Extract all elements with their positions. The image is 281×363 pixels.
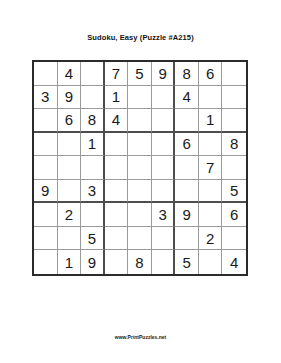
cell-r4c3[interactable]: 1 xyxy=(81,133,105,157)
cell-r3c5[interactable] xyxy=(128,109,152,133)
cell-r7c8[interactable] xyxy=(199,203,223,227)
cell-r7c1[interactable] xyxy=(34,203,58,227)
cell-r8c9[interactable] xyxy=(222,227,246,251)
cell-r2c3[interactable] xyxy=(81,86,105,110)
cell-r1c2[interactable]: 4 xyxy=(58,62,82,86)
cell-r8c7[interactable] xyxy=(175,227,199,251)
cell-r3c7[interactable] xyxy=(175,109,199,133)
cell-r4c4[interactable] xyxy=(105,133,129,157)
cell-r1c9[interactable] xyxy=(222,62,246,86)
cell-r3c9[interactable] xyxy=(222,109,246,133)
cell-r4c6[interactable] xyxy=(152,133,176,157)
cell-r3c1[interactable] xyxy=(34,109,58,133)
sudoku-grid: 47598639146841168793523965219854 xyxy=(32,60,248,276)
cell-r8c6[interactable] xyxy=(152,227,176,251)
cell-r6c5[interactable] xyxy=(128,180,152,204)
cell-r7c7[interactable]: 9 xyxy=(175,203,199,227)
cell-r9c2[interactable]: 1 xyxy=(58,250,82,274)
cell-r4c2[interactable] xyxy=(58,133,82,157)
cell-r2c1[interactable]: 3 xyxy=(34,86,58,110)
cell-r4c5[interactable] xyxy=(128,133,152,157)
cell-r3c2[interactable]: 6 xyxy=(58,109,82,133)
cell-r9c1[interactable] xyxy=(34,250,58,274)
page-title: Sudoku, Easy (Puzzle #A215) xyxy=(0,33,281,42)
cell-r1c7[interactable]: 8 xyxy=(175,62,199,86)
cell-r1c8[interactable]: 6 xyxy=(199,62,223,86)
cell-r6c9[interactable]: 5 xyxy=(222,180,246,204)
cell-r7c5[interactable] xyxy=(128,203,152,227)
cell-r6c7[interactable] xyxy=(175,180,199,204)
cell-r5c4[interactable] xyxy=(105,156,129,180)
cell-r9c9[interactable]: 4 xyxy=(222,250,246,274)
cell-r5c6[interactable] xyxy=(152,156,176,180)
cell-r7c6[interactable]: 3 xyxy=(152,203,176,227)
cell-r6c2[interactable] xyxy=(58,180,82,204)
cell-r7c3[interactable] xyxy=(81,203,105,227)
cell-r9c5[interactable]: 8 xyxy=(128,250,152,274)
cell-r8c2[interactable] xyxy=(58,227,82,251)
cell-r4c7[interactable]: 6 xyxy=(175,133,199,157)
cell-r8c3[interactable]: 5 xyxy=(81,227,105,251)
cell-r4c8[interactable] xyxy=(199,133,223,157)
cell-r7c9[interactable]: 6 xyxy=(222,203,246,227)
cell-r5c1[interactable] xyxy=(34,156,58,180)
cell-r1c1[interactable] xyxy=(34,62,58,86)
cell-r2c8[interactable] xyxy=(199,86,223,110)
cell-r5c9[interactable] xyxy=(222,156,246,180)
cell-r6c3[interactable]: 3 xyxy=(81,180,105,204)
cell-r1c5[interactable]: 5 xyxy=(128,62,152,86)
footer-url: www.PrintPuzzles.net xyxy=(0,334,281,340)
cell-r2c9[interactable] xyxy=(222,86,246,110)
cell-r9c7[interactable]: 5 xyxy=(175,250,199,274)
cell-r3c4[interactable]: 4 xyxy=(105,109,129,133)
cell-r6c4[interactable] xyxy=(105,180,129,204)
cell-r3c6[interactable] xyxy=(152,109,176,133)
sudoku-page: Sudoku, Easy (Puzzle #A215) 475986391468… xyxy=(0,0,281,363)
cell-r2c7[interactable]: 4 xyxy=(175,86,199,110)
cell-r8c1[interactable] xyxy=(34,227,58,251)
cell-r5c5[interactable] xyxy=(128,156,152,180)
cell-r8c5[interactable] xyxy=(128,227,152,251)
cell-r9c4[interactable] xyxy=(105,250,129,274)
cell-r6c1[interactable]: 9 xyxy=(34,180,58,204)
cell-r3c3[interactable]: 8 xyxy=(81,109,105,133)
cell-r7c4[interactable] xyxy=(105,203,129,227)
cell-r1c4[interactable]: 7 xyxy=(105,62,129,86)
cell-r2c5[interactable] xyxy=(128,86,152,110)
cell-r2c2[interactable]: 9 xyxy=(58,86,82,110)
cell-r4c9[interactable]: 8 xyxy=(222,133,246,157)
cell-r2c6[interactable] xyxy=(152,86,176,110)
cell-r5c7[interactable] xyxy=(175,156,199,180)
cell-r3c8[interactable]: 1 xyxy=(199,109,223,133)
cell-r5c2[interactable] xyxy=(58,156,82,180)
cell-r5c3[interactable] xyxy=(81,156,105,180)
cell-r2c4[interactable]: 1 xyxy=(105,86,129,110)
cell-r8c4[interactable] xyxy=(105,227,129,251)
cell-r9c8[interactable] xyxy=(199,250,223,274)
cell-r9c6[interactable] xyxy=(152,250,176,274)
cell-r5c8[interactable]: 7 xyxy=(199,156,223,180)
cell-r1c6[interactable]: 9 xyxy=(152,62,176,86)
cell-r6c8[interactable] xyxy=(199,180,223,204)
cell-r1c3[interactable] xyxy=(81,62,105,86)
cell-r8c8[interactable]: 2 xyxy=(199,227,223,251)
cell-r7c2[interactable]: 2 xyxy=(58,203,82,227)
cell-r4c1[interactable] xyxy=(34,133,58,157)
cell-r9c3[interactable]: 9 xyxy=(81,250,105,274)
cell-r6c6[interactable] xyxy=(152,180,176,204)
